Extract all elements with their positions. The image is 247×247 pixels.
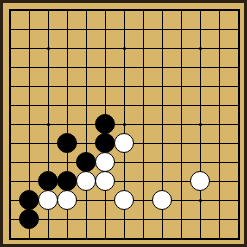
white-stone[interactable]: [114, 190, 134, 210]
white-stone[interactable]: [95, 171, 115, 191]
hoshi-star-point: [123, 123, 126, 126]
black-stone[interactable]: [57, 171, 77, 191]
white-stone[interactable]: [190, 171, 210, 191]
hoshi-star-point: [199, 47, 202, 50]
white-stone[interactable]: [76, 171, 96, 191]
white-stone[interactable]: [57, 190, 77, 210]
black-stone[interactable]: [19, 190, 39, 210]
white-stone[interactable]: [95, 152, 115, 172]
black-stone[interactable]: [76, 152, 96, 172]
white-stone[interactable]: [38, 190, 58, 210]
white-stone[interactable]: [114, 133, 134, 153]
grid-line-vertical: [181, 10, 182, 239]
black-stone[interactable]: [95, 133, 115, 153]
grid-line-vertical: [143, 10, 144, 239]
hoshi-star-point: [123, 47, 126, 50]
grid-line-horizontal: [10, 162, 239, 163]
go-diagram: [0, 0, 247, 247]
hoshi-star-point: [199, 199, 202, 202]
white-stone[interactable]: [152, 190, 172, 210]
black-stone[interactable]: [57, 133, 77, 153]
black-stone[interactable]: [38, 171, 58, 191]
grid-line-horizontal: [10, 219, 239, 220]
black-stone[interactable]: [19, 209, 39, 229]
grid-line-vertical: [219, 10, 220, 239]
black-stone[interactable]: [95, 114, 115, 134]
hoshi-star-point: [47, 47, 50, 50]
go-board[interactable]: [0, 0, 247, 247]
hoshi-star-point: [47, 123, 50, 126]
hoshi-star-point: [199, 123, 202, 126]
